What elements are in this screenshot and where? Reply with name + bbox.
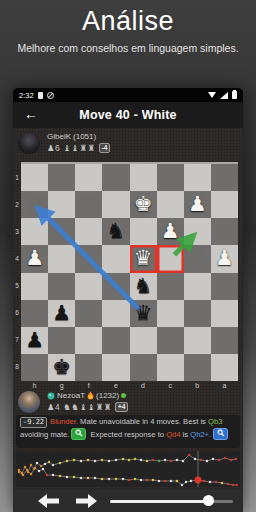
square-b8[interactable] [184, 354, 211, 381]
square-a5[interactable] [211, 273, 238, 300]
square-h5[interactable] [21, 273, 48, 300]
graph-dot [22, 474, 25, 477]
avatar-top[interactable] [18, 132, 40, 154]
black-knight-e3[interactable]: ♞ [102, 218, 129, 245]
graph-dot [185, 481, 188, 484]
square-g8[interactable]: ♚ [48, 354, 75, 381]
graph-dot [80, 477, 83, 480]
square-d4[interactable]: ♛ [130, 245, 157, 272]
graph-dot [181, 484, 184, 487]
player-row-bottom: NezoaT (1232) ♟4 ♞♞♝♝♜♜ +4 [18, 390, 238, 414]
rank-label-6: 6 [13, 309, 21, 316]
graph-dot [146, 479, 149, 482]
square-e7[interactable] [102, 327, 129, 354]
white-pawn-h4[interactable]: ♟ [21, 245, 48, 272]
square-g4[interactable] [48, 245, 75, 272]
graph-dot [59, 475, 62, 478]
rank-label-1: 1 [13, 174, 21, 181]
square-f1[interactable] [75, 164, 102, 191]
square-d8[interactable] [130, 354, 157, 381]
analysis-text: Mate unavoidable in 4 moves. [80, 417, 181, 426]
white-pawn-c3[interactable]: ♟ [157, 218, 184, 245]
square-c3[interactable]: ♟ [157, 218, 184, 245]
flair-icon [47, 392, 55, 400]
promo-title: Análise [0, 6, 256, 37]
graph-dot [108, 478, 111, 481]
graph-dot [134, 478, 137, 481]
graph-dot [232, 484, 235, 487]
player-rating-text: (1051) [73, 132, 96, 141]
graph-dot [152, 459, 155, 462]
square-e6[interactable] [102, 300, 129, 327]
player-name-top: GibelK (1051) [47, 132, 96, 141]
eval-graph-panel[interactable] [16, 451, 240, 487]
square-h2[interactable] [21, 191, 48, 218]
square-f5[interactable] [75, 273, 102, 300]
captured-pieces-bottom: ♟4 ♞♞♝♝♜♜ +4 [47, 402, 128, 412]
graph-dot [73, 459, 76, 462]
do-not-disturb-icon [47, 92, 54, 99]
white-pawn-b2[interactable]: ♟ [184, 191, 211, 218]
best-prefix: Best is [183, 417, 206, 426]
graph-dot [52, 474, 55, 477]
avatar-bottom[interactable] [18, 391, 40, 413]
graph-dot [190, 480, 193, 483]
white-pawn-a4[interactable]: ♟ [211, 245, 238, 272]
battery-icon [232, 91, 237, 99]
move-classification: Blunder. [50, 417, 78, 426]
graph-dot [227, 483, 230, 486]
captured-glyphs: ♟4 ♞♞♝♝♜♜ [47, 402, 112, 412]
flame-icon [87, 391, 94, 400]
square-f6[interactable] [75, 300, 102, 327]
graph-dot [26, 469, 29, 472]
square-h4[interactable]: ♟ [21, 245, 48, 272]
eval-badge: -9.22 [20, 417, 47, 428]
graph-dot [203, 480, 206, 483]
square-b2[interactable]: ♟ [184, 191, 211, 218]
graph-dot [59, 462, 62, 465]
square-h8[interactable] [21, 354, 48, 381]
square-e3[interactable]: ♞ [102, 218, 129, 245]
square-c8[interactable] [157, 354, 184, 381]
square-h7[interactable]: ♟ [21, 327, 48, 354]
graph-dot [87, 459, 90, 462]
square-h6[interactable] [21, 300, 48, 327]
rank-label-7: 7 [13, 336, 21, 343]
square-d6[interactable]: ♛ [130, 300, 157, 327]
square-a4[interactable]: ♟ [211, 245, 238, 272]
graph-dot [236, 484, 239, 487]
graph-dot [42, 468, 45, 471]
square-a3[interactable] [211, 218, 238, 245]
graph-dot [115, 478, 118, 481]
player-rating-text: (1232) [96, 391, 119, 400]
graph-line-top-line [19, 455, 236, 473]
black-knight-d5[interactable]: ♞ [130, 273, 157, 300]
online-dot [121, 393, 126, 398]
best-move[interactable]: Qb3 [208, 417, 222, 426]
graph-dot [206, 460, 209, 463]
explore-best-move-button[interactable] [71, 428, 86, 440]
square-a1[interactable] [211, 164, 238, 191]
app-header: ← Move 40 - White [13, 102, 243, 128]
page-title: Move 40 - White [13, 108, 243, 122]
graph-dot [235, 458, 238, 461]
captured-pieces-top: ♟6 ♝♝♜♜ -4 [47, 143, 110, 153]
clock-text: 2:32 [19, 91, 34, 100]
graph-dot [152, 479, 155, 482]
graph-dot [140, 459, 143, 462]
eval-graph[interactable] [16, 451, 240, 487]
material-score-badge: +4 [115, 402, 128, 412]
graph-dot [170, 460, 173, 463]
square-d5[interactable]: ♞ [130, 273, 157, 300]
rank-label-2: 2 [13, 201, 21, 208]
notification-icon [38, 92, 43, 99]
white-queen-d4[interactable]: ♛ [130, 245, 157, 272]
graph-dot [94, 460, 97, 463]
player-name-text: GibelK [47, 132, 71, 141]
graph-dot [182, 460, 185, 463]
prev-move-button[interactable] [38, 494, 60, 508]
expected-prefix2: to [158, 429, 164, 438]
expected-prefix: Expected response [91, 429, 156, 438]
square-c4[interactable] [157, 245, 184, 272]
square-b1[interactable] [184, 164, 211, 191]
graph-dot [128, 459, 131, 462]
graph-dot [38, 470, 41, 473]
graph-dot [215, 481, 218, 484]
square-f7[interactable] [75, 327, 102, 354]
square-b3[interactable] [184, 218, 211, 245]
promo-subtitle: Melhore com conselhos em linguagem simpl… [0, 42, 256, 54]
square-g5[interactable] [48, 273, 75, 300]
graph-dot [128, 479, 131, 482]
graph-dot [194, 458, 197, 461]
square-c7[interactable] [157, 327, 184, 354]
rank-label-8: 8 [13, 363, 21, 370]
graph-dot [158, 480, 161, 483]
graph-dot [122, 458, 125, 461]
square-f4[interactable] [75, 245, 102, 272]
square-h1[interactable] [21, 164, 48, 191]
graph-dot [115, 459, 118, 462]
graph-dot [176, 480, 179, 483]
graph-dot [101, 459, 104, 462]
graph-dot [94, 477, 97, 480]
wifi-icon [208, 92, 216, 98]
square-b7[interactable] [184, 327, 211, 354]
player-name-bottom: NezoaT (1232) [47, 391, 126, 400]
square-c5[interactable] [157, 273, 184, 300]
graph-dot [30, 473, 33, 476]
graph-dot [200, 459, 203, 462]
square-h3[interactable] [21, 218, 48, 245]
move-slider-knob[interactable] [203, 495, 214, 506]
square-a6[interactable] [211, 300, 238, 327]
graph-dot [170, 480, 173, 483]
graph-dot [40, 465, 43, 468]
square-g3[interactable] [48, 218, 75, 245]
square-b6[interactable] [184, 300, 211, 327]
square-f2[interactable] [75, 191, 102, 218]
graph-dot [158, 460, 161, 463]
graph-dot [164, 480, 167, 483]
graph-dot [66, 476, 69, 479]
graph-dot [140, 479, 143, 482]
graph-dot [46, 474, 49, 477]
square-f3[interactable] [75, 218, 102, 245]
graph-dot [34, 467, 37, 470]
square-d3[interactable] [130, 218, 157, 245]
graph-dot [212, 458, 215, 461]
square-b5[interactable] [184, 273, 211, 300]
player-name-text: NezoaT [57, 391, 85, 400]
best-suffix: avoiding mate. [20, 429, 69, 438]
graph-dot [66, 460, 69, 463]
square-g6[interactable]: ♟ [48, 300, 75, 327]
square-a8[interactable] [211, 354, 238, 381]
player-row-top: GibelK (1051) ♟6 ♝♝♜♜ -4 [18, 131, 238, 161]
graph-dot [209, 481, 212, 484]
graph-dot [224, 457, 227, 460]
next-move-button[interactable] [75, 494, 97, 508]
material-score-badge: -4 [99, 143, 111, 153]
rank-label-3: 3 [13, 228, 21, 235]
square-d2[interactable]: ♚ [130, 191, 157, 218]
graph-dot [146, 460, 149, 463]
status-bar: 2:32 [13, 88, 243, 102]
rank-label-5: 5 [13, 282, 21, 289]
graph-dot [134, 458, 137, 461]
square-g1[interactable] [48, 164, 75, 191]
black-pawn-h7[interactable]: ♟ [21, 327, 48, 354]
graph-dot [52, 464, 55, 467]
graph-dot [218, 459, 221, 462]
graph-line-bottom-line [19, 468, 237, 485]
graph-dot [108, 460, 111, 463]
square-d1[interactable] [130, 164, 157, 191]
response-move[interactable]: Qh2+. [190, 429, 211, 438]
square-c6[interactable] [157, 300, 184, 327]
graph-dot [30, 464, 33, 467]
white-king-d2[interactable]: ♚ [130, 191, 157, 218]
square-e4[interactable] [102, 245, 129, 272]
graph-dot [101, 478, 104, 481]
graph-dot [48, 461, 51, 464]
graph-dot [164, 459, 167, 462]
square-e5[interactable] [102, 273, 129, 300]
analysis-panel: -9.22Blunder. Mate unavoidable in 4 move… [16, 415, 240, 448]
graph-current-move-dot [195, 477, 202, 484]
black-pawn-g6[interactable]: ♟ [48, 300, 75, 327]
square-a2[interactable] [211, 191, 238, 218]
graph-dot [73, 476, 76, 479]
move-slider-track-filled[interactable] [110, 500, 208, 503]
square-b4[interactable] [184, 245, 211, 272]
square-e8[interactable] [102, 354, 129, 381]
graph-dot [87, 477, 90, 480]
black-queen-d6[interactable]: ♛ [130, 300, 157, 327]
square-f8[interactable] [75, 354, 102, 381]
square-d7[interactable] [130, 327, 157, 354]
graph-dot [122, 478, 125, 481]
move-nav-bar [13, 489, 243, 512]
square-e2[interactable] [102, 191, 129, 218]
graph-dot [221, 482, 224, 485]
graph-dot [80, 460, 83, 463]
square-c2[interactable] [157, 191, 184, 218]
chess-board: ♚♟♞♟♟♛♟♞♟♛♟♚ [21, 164, 238, 381]
graph-dot [176, 459, 179, 462]
black-king-g8[interactable]: ♚ [48, 354, 75, 381]
square-c1[interactable] [157, 164, 184, 191]
square-e1[interactable] [102, 164, 129, 191]
rank-label-4: 4 [13, 255, 21, 262]
square-g2[interactable] [48, 191, 75, 218]
graph-dot [18, 471, 21, 474]
graph-dot [188, 454, 191, 457]
graph-dot [230, 459, 233, 462]
square-a7[interactable] [211, 327, 238, 354]
graph-dot [44, 463, 47, 466]
played-move[interactable]: Qd4 [166, 429, 180, 438]
is-word: is [183, 429, 188, 438]
square-g7[interactable] [48, 327, 75, 354]
cell-signal-icon [220, 92, 228, 99]
explore-response-button[interactable] [213, 428, 228, 440]
app-screenshot-card: 2:32 ← Move 40 - White GibelK (1051) ♟6 … [13, 88, 243, 512]
captured-glyphs: ♟6 ♝♝♜♜ [47, 143, 96, 153]
promo-screenshot: Análise Melhore com conselhos em linguag… [0, 0, 256, 512]
graph-dot [24, 466, 27, 469]
graph-dot [36, 462, 39, 465]
